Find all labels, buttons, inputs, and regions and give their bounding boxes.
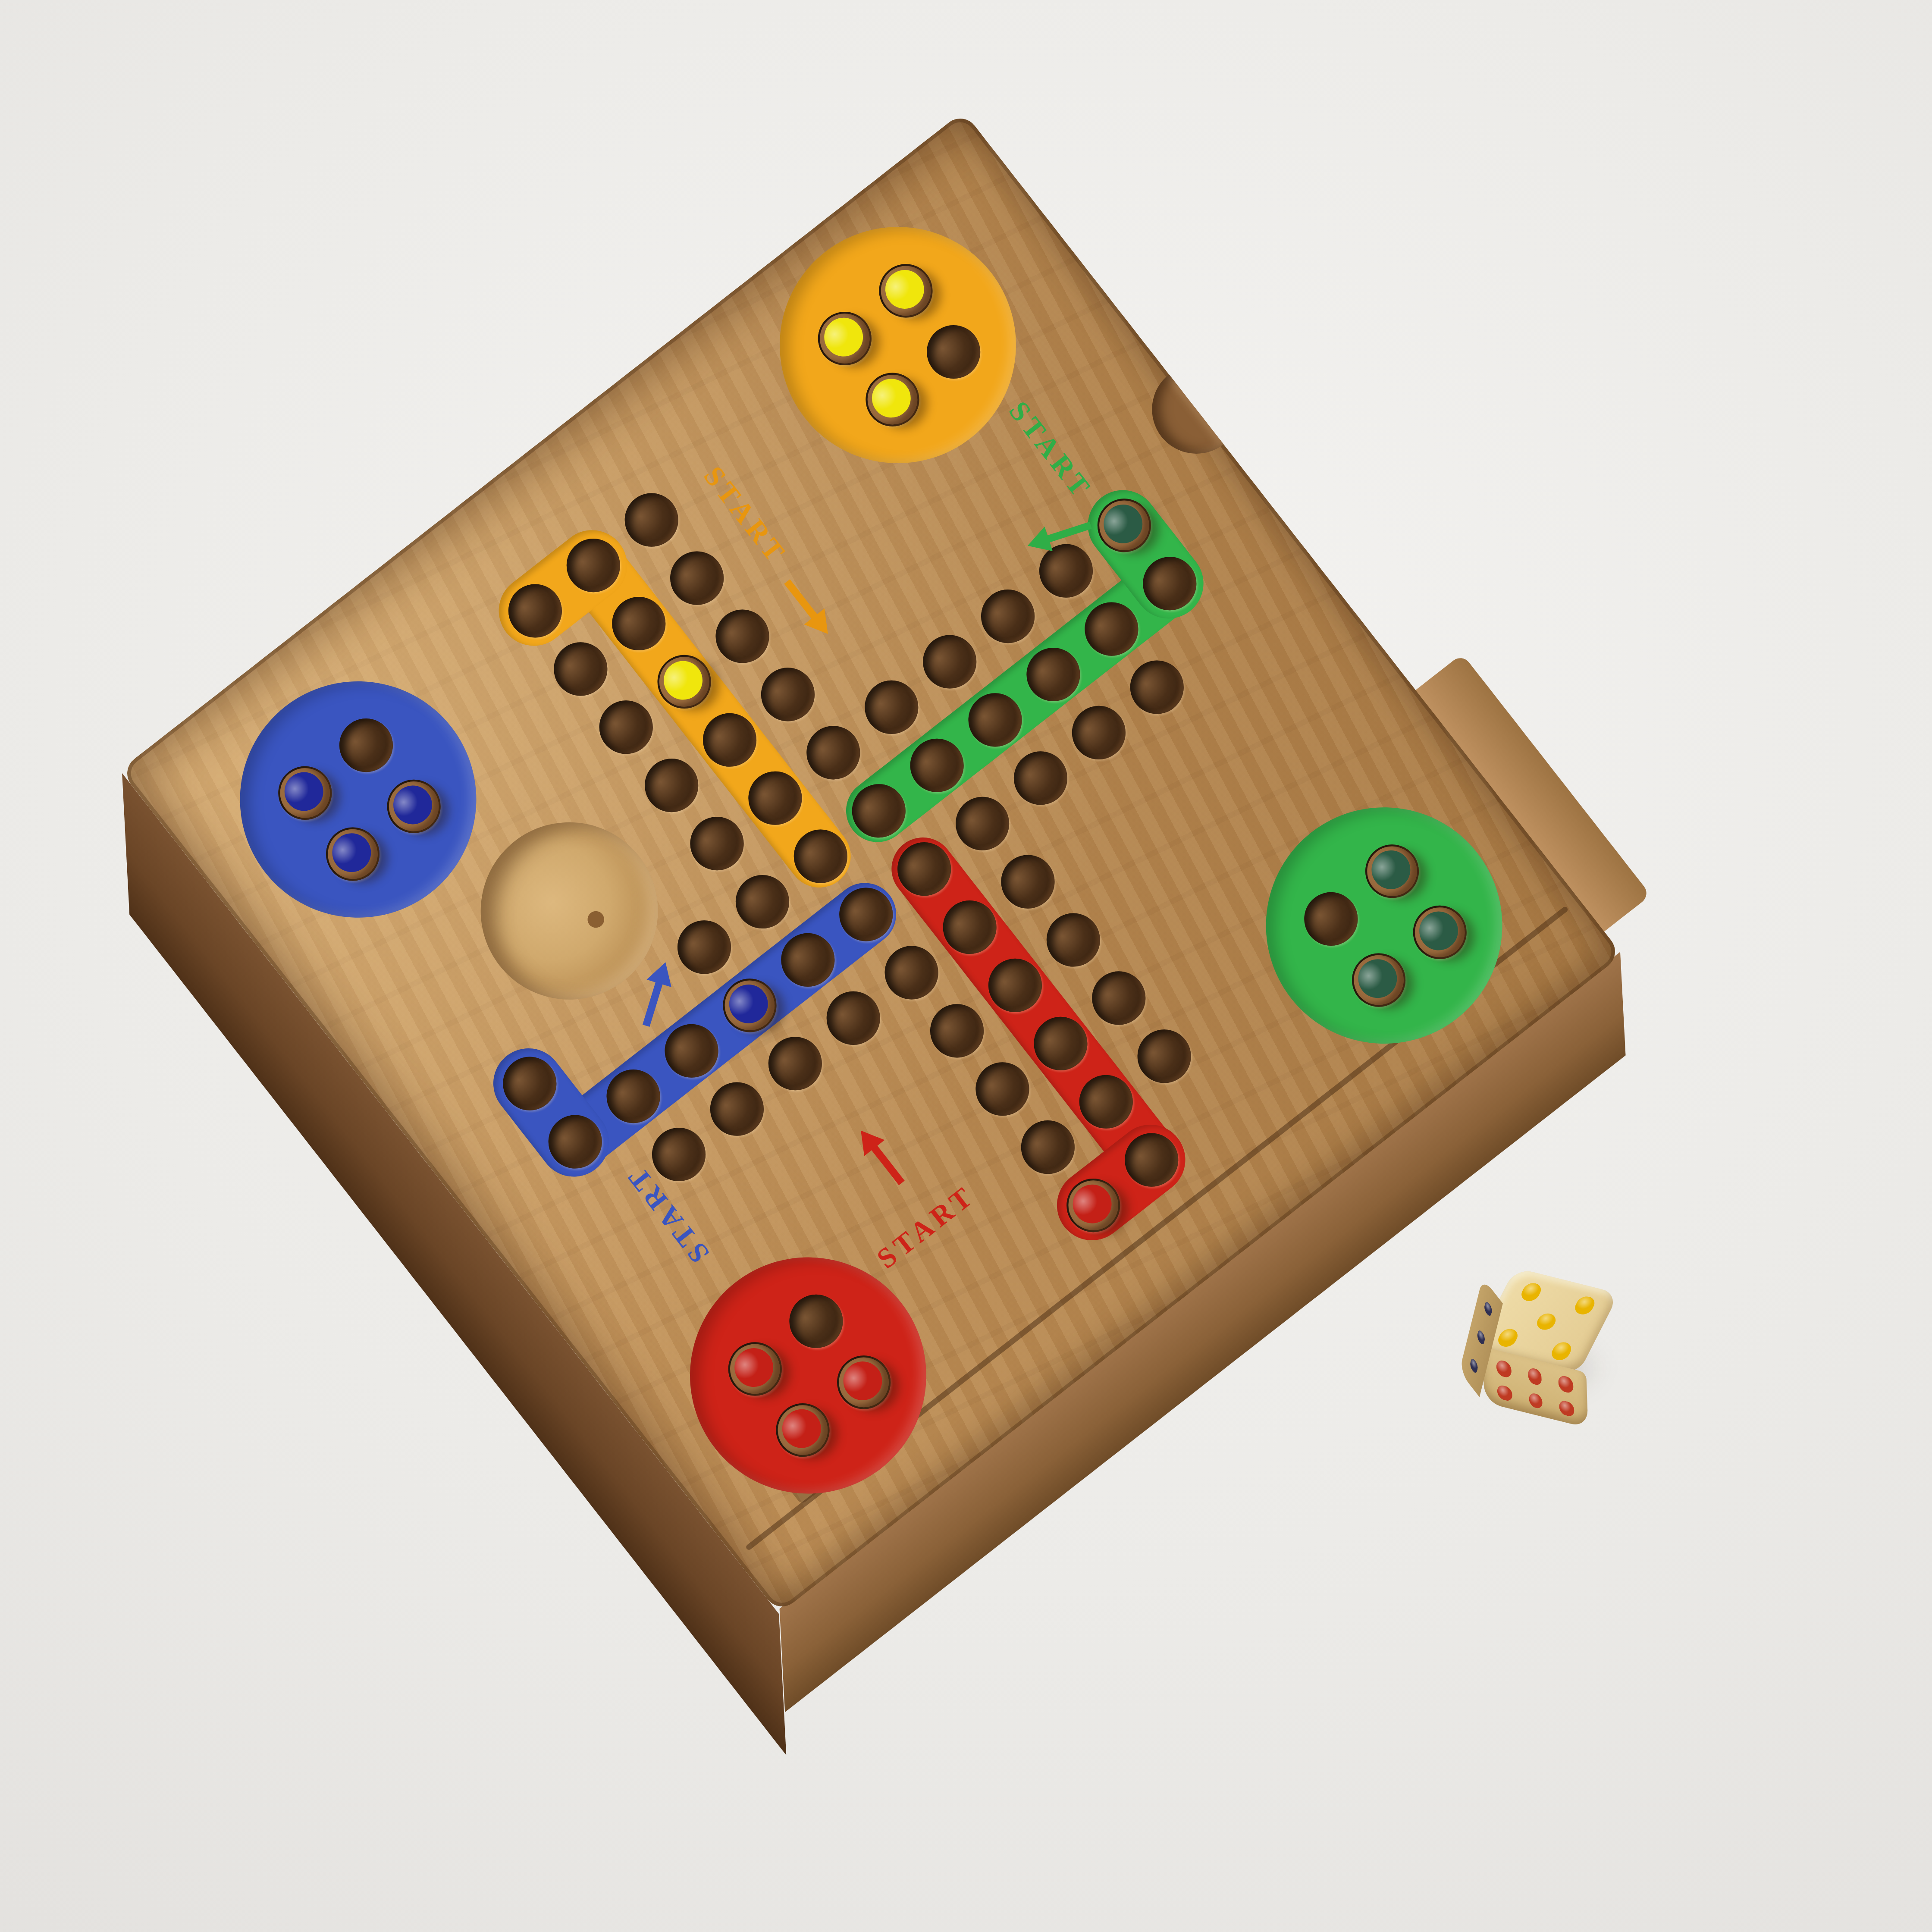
board-hole[interactable] [1009, 1110, 1084, 1185]
board-hole[interactable] [969, 579, 1044, 654]
die-pip [1469, 1356, 1479, 1375]
start-label-green: START [1002, 395, 1099, 506]
board-hole[interactable] [1118, 649, 1193, 724]
die-pip [1572, 1295, 1598, 1316]
ludo-board: START START START START [120, 111, 1622, 1614]
board-hole[interactable] [1060, 695, 1135, 770]
die-pip [1518, 1282, 1544, 1302]
board-hole[interactable] [873, 935, 948, 1010]
board-hole[interactable] [1035, 902, 1110, 977]
board-hole[interactable] [542, 631, 617, 706]
die-pip [1496, 1359, 1511, 1378]
start-arrow-yellow [785, 579, 820, 621]
board-hole[interactable] [658, 540, 733, 615]
die-pip [1559, 1399, 1574, 1418]
board-hole[interactable] [749, 657, 824, 732]
start-label-yellow: START [697, 460, 794, 571]
die-pip [1549, 1341, 1574, 1361]
start-arrow-green [1044, 522, 1092, 543]
board-hole[interactable] [665, 910, 740, 985]
board-hole[interactable] [815, 980, 890, 1055]
board-hole[interactable] [963, 1051, 1038, 1126]
start-label-red: START [871, 1178, 982, 1275]
ludo-board-wrap: START START START START [120, 111, 1622, 1614]
home-circle-blue [192, 634, 524, 965]
board-hole[interactable] [756, 1026, 831, 1101]
board-hole[interactable] [853, 669, 928, 744]
start-arrow-red [869, 1143, 904, 1185]
board-hole[interactable] [989, 844, 1064, 919]
board-hole[interactable] [633, 748, 708, 823]
die-pip [1527, 1367, 1542, 1386]
thumb-notch [1134, 374, 1223, 471]
die-pip [1559, 1374, 1574, 1394]
home-circle-yellow [732, 179, 1063, 511]
board-hole[interactable] [1002, 740, 1077, 815]
start-arrow-blue [643, 979, 663, 1027]
die-pip [1476, 1328, 1486, 1347]
board-hole[interactable] [1126, 1019, 1201, 1094]
die-pip [1495, 1327, 1521, 1348]
home-circle-green [1218, 760, 1550, 1091]
board-hole[interactable] [1080, 960, 1155, 1035]
board-hole[interactable] [918, 993, 993, 1068]
board-hole[interactable] [944, 786, 1019, 861]
die[interactable] [1465, 1264, 1619, 1427]
die-pip [1528, 1391, 1543, 1410]
die-pip [1534, 1311, 1559, 1332]
board-hole[interactable] [678, 806, 753, 881]
board-hole[interactable] [698, 1071, 773, 1146]
board-hole[interactable] [703, 599, 778, 674]
photo-stage: START START START START [0, 0, 1932, 1932]
board-hole[interactable] [911, 624, 986, 699]
board-hole[interactable] [587, 690, 662, 765]
board-hole[interactable] [724, 864, 799, 939]
board-hole[interactable] [794, 715, 869, 790]
die-pip [1497, 1383, 1512, 1402]
die-pip [1483, 1300, 1493, 1319]
board-hole[interactable] [613, 482, 688, 557]
